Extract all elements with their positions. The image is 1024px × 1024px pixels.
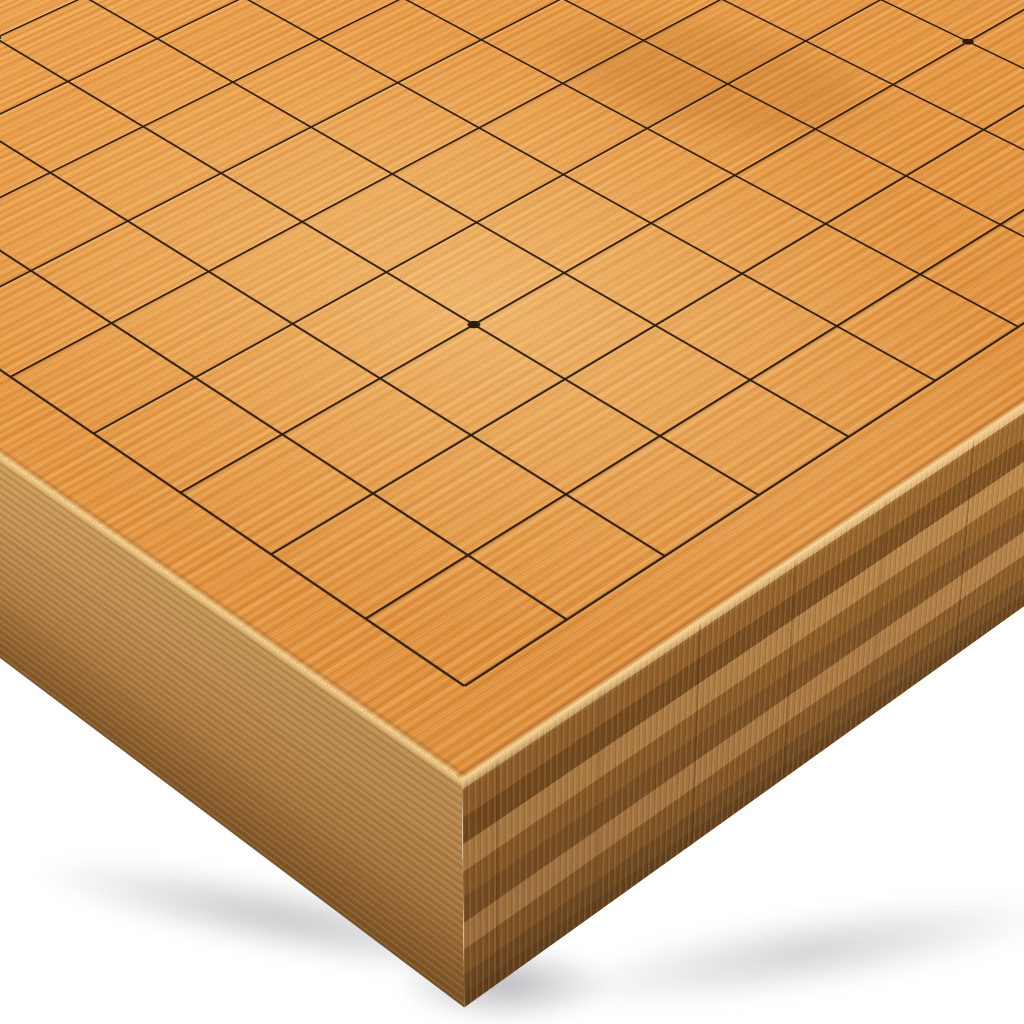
grid-line [60,0,1024,86]
scene [0,0,1024,1024]
grid-line [0,0,1024,131]
grid-line [0,0,759,495]
grid-line [0,0,665,556]
camera-perspective [0,0,1024,1024]
grid-line [0,0,1024,177]
grid-line [0,0,1024,275]
grid-line [94,0,1024,434]
grid-line [0,0,1024,225]
grid-line [194,0,1024,2]
grid-line [0,0,849,437]
grid-line [0,0,1024,322]
board-top-face [0,0,1024,780]
grid-line [0,0,1018,327]
grid-line [180,0,1024,493]
grid-line [10,0,1024,377]
grid-line [0,0,935,381]
grid-line [128,0,1024,43]
grid-line [0,0,932,80]
grid-line [0,0,1001,125]
